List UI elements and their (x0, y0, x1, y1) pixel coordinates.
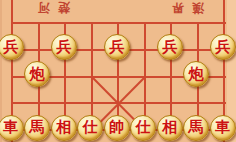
rank-line-riverbank (12, 22, 226, 24)
piece-chariot[interactable]: 車 (0, 115, 24, 141)
piece-cannon[interactable]: 炮 (183, 61, 209, 87)
piece-advisor[interactable]: 仕 (130, 115, 156, 141)
piece-horse[interactable]: 馬 (24, 115, 50, 141)
piece-soldier[interactable]: 兵 (104, 34, 130, 60)
river-label-han-jie: 漢界 (164, 0, 204, 15)
piece-soldier[interactable]: 兵 (0, 34, 24, 60)
xiangqi-board: 楚河 漢界 兵兵兵兵兵炮炮車馬相仕帥仕相馬車 (0, 0, 236, 142)
piece-soldier[interactable]: 兵 (157, 34, 183, 60)
piece-elephant[interactable]: 相 (157, 115, 183, 141)
piece-elephant[interactable]: 相 (51, 115, 77, 141)
piece-soldier[interactable]: 兵 (210, 34, 236, 60)
piece-advisor[interactable]: 仕 (77, 115, 103, 141)
piece-general[interactable]: 帥 (104, 115, 130, 141)
piece-soldier[interactable]: 兵 (51, 34, 77, 60)
piece-cannon[interactable]: 炮 (24, 61, 50, 87)
piece-chariot[interactable]: 車 (210, 115, 236, 141)
river-label-chu-he: 楚河 (30, 0, 70, 15)
piece-horse[interactable]: 馬 (183, 115, 209, 141)
